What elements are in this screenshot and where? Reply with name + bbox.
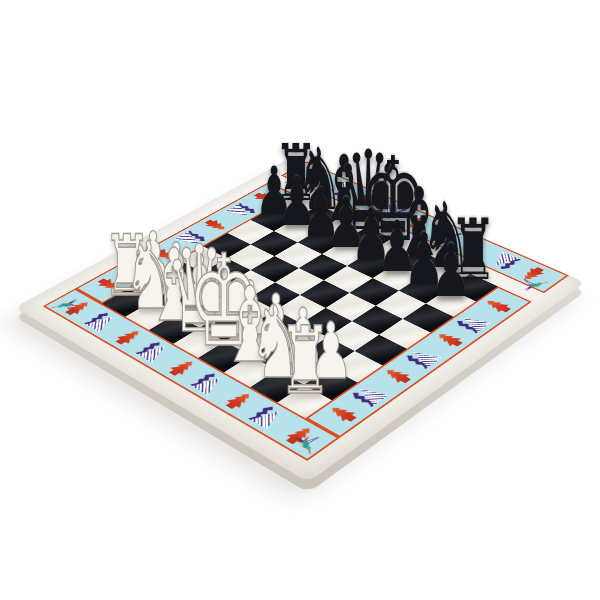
band-arrow-motif [92,276,125,294]
band-arrow-motif [379,365,416,387]
hummingbird-decal-icon [49,296,82,314]
band-arrow-motif [111,327,146,347]
hummingbird-decal-icon [281,171,308,185]
hummingbird-decal-icon [517,276,551,294]
band-hatch-motif [352,383,389,406]
band-hatch-motif [192,373,229,395]
band-hatch-motif [137,342,173,363]
band-arrow-motif [481,296,516,315]
band-hatch-motif [486,252,519,270]
band-hatch-motif [250,406,288,430]
band-arrow-motif [401,214,433,231]
band-arrow-motif [348,191,379,207]
band-hatch-motif [174,231,206,248]
band-arrow-motif [457,239,489,257]
board-scene: ♜♞♝♛♚♝♞♜♟♟♟♟♟♟♟♟♟♟♟♟♟♟♟♟♜♞♝♛♚♝♞♜ [0,0,600,600]
band-hatch-motif [456,312,491,332]
band-arrow-motif [220,389,257,412]
band-arrow-motif [250,190,281,206]
band-hatch-motif [85,312,120,332]
band-arrow-motif [431,329,467,350]
hummingbird-decal-icon [289,433,324,456]
band-arrow-motif [324,402,362,425]
band-arrow-motif [164,357,200,379]
band-hatch-motif [225,204,256,220]
band-hatch-motif [322,180,352,196]
band-hatch-motif [374,203,405,219]
chess-board [15,156,586,482]
band-hatch-motif [429,226,461,243]
band-arrow-motif [200,217,232,233]
band-hatch-motif [406,347,442,368]
band-hatch-motif [120,260,153,278]
band-arrow-motif [147,246,179,263]
